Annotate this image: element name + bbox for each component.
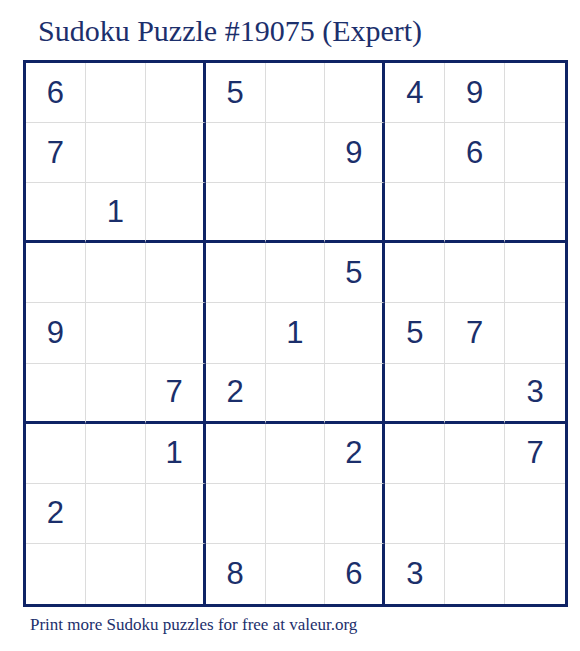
cell-r2c2: [86, 123, 146, 183]
cell-r3c3: [146, 183, 206, 243]
cell-r5c3: [146, 303, 206, 363]
cell-r4c2: [86, 243, 146, 303]
cell-r7c3: 1: [146, 424, 206, 484]
cell-r3c1: [26, 183, 86, 243]
cell-r4c8: [445, 243, 505, 303]
cell-r9c8: [445, 544, 505, 604]
cell-r8c4: [206, 484, 266, 544]
cell-r8c5: [266, 484, 326, 544]
sudoku-board: 65497961591577231272863: [23, 60, 568, 607]
cell-r2c7: [385, 123, 445, 183]
cell-r3c8: [445, 183, 505, 243]
cell-r1c5: [266, 63, 326, 123]
cell-r3c5: [266, 183, 326, 243]
cell-r4c4: [206, 243, 266, 303]
cell-r4c1: [26, 243, 86, 303]
cell-r8c8: [445, 484, 505, 544]
cell-r2c6: 9: [325, 123, 385, 183]
cell-r5c7: 5: [385, 303, 445, 363]
page-title: Sudoku Puzzle #19075 (Expert): [38, 14, 422, 48]
cell-r4c6: 5: [325, 243, 385, 303]
cell-r2c5: [266, 123, 326, 183]
cell-r8c7: [385, 484, 445, 544]
cell-r1c1: 6: [26, 63, 86, 123]
cell-r4c9: [505, 243, 565, 303]
cell-r3c2: 1: [86, 183, 146, 243]
cell-r9c3: [146, 544, 206, 604]
cell-r7c2: [86, 424, 146, 484]
cell-r6c9: 3: [505, 364, 565, 424]
cell-r5c9: [505, 303, 565, 363]
footer-text: Print more Sudoku puzzles for free at va…: [30, 615, 357, 635]
cell-r9c9: [505, 544, 565, 604]
cell-r5c6: [325, 303, 385, 363]
cell-r6c1: [26, 364, 86, 424]
cell-r6c5: [266, 364, 326, 424]
cell-r3c9: [505, 183, 565, 243]
cell-r8c2: [86, 484, 146, 544]
cell-r6c2: [86, 364, 146, 424]
cell-r6c4: 2: [206, 364, 266, 424]
cell-r7c9: 7: [505, 424, 565, 484]
cell-r8c1: 2: [26, 484, 86, 544]
cell-r2c9: [505, 123, 565, 183]
cell-r7c8: [445, 424, 505, 484]
cell-r8c6: [325, 484, 385, 544]
cell-r8c3: [146, 484, 206, 544]
cell-r4c5: [266, 243, 326, 303]
cell-r4c7: [385, 243, 445, 303]
sudoku-page: Sudoku Puzzle #19075 (Expert) 6549796159…: [0, 0, 580, 651]
cell-r7c6: 2: [325, 424, 385, 484]
cell-r1c4: 5: [206, 63, 266, 123]
cell-r6c6: [325, 364, 385, 424]
cell-r1c3: [146, 63, 206, 123]
cell-r2c4: [206, 123, 266, 183]
cell-r9c5: [266, 544, 326, 604]
cell-r9c1: [26, 544, 86, 604]
cell-r7c1: [26, 424, 86, 484]
cell-r5c5: 1: [266, 303, 326, 363]
cell-r6c8: [445, 364, 505, 424]
cell-r1c7: 4: [385, 63, 445, 123]
cell-r4c3: [146, 243, 206, 303]
cell-r5c2: [86, 303, 146, 363]
cell-r1c2: [86, 63, 146, 123]
cell-r9c2: [86, 544, 146, 604]
cell-r3c6: [325, 183, 385, 243]
cell-r2c3: [146, 123, 206, 183]
cell-r6c3: 7: [146, 364, 206, 424]
cell-r9c7: 3: [385, 544, 445, 604]
cell-r1c9: [505, 63, 565, 123]
cell-r5c8: 7: [445, 303, 505, 363]
cell-r9c6: 6: [325, 544, 385, 604]
cell-r2c1: 7: [26, 123, 86, 183]
cell-r8c9: [505, 484, 565, 544]
cell-r7c7: [385, 424, 445, 484]
cell-r1c6: [325, 63, 385, 123]
cell-r5c1: 9: [26, 303, 86, 363]
cell-r5c4: [206, 303, 266, 363]
cell-r1c8: 9: [445, 63, 505, 123]
cell-r7c5: [266, 424, 326, 484]
cell-r9c4: 8: [206, 544, 266, 604]
cell-r6c7: [385, 364, 445, 424]
cell-r2c8: 6: [445, 123, 505, 183]
cell-r3c7: [385, 183, 445, 243]
cell-r3c4: [206, 183, 266, 243]
cell-r7c4: [206, 424, 266, 484]
